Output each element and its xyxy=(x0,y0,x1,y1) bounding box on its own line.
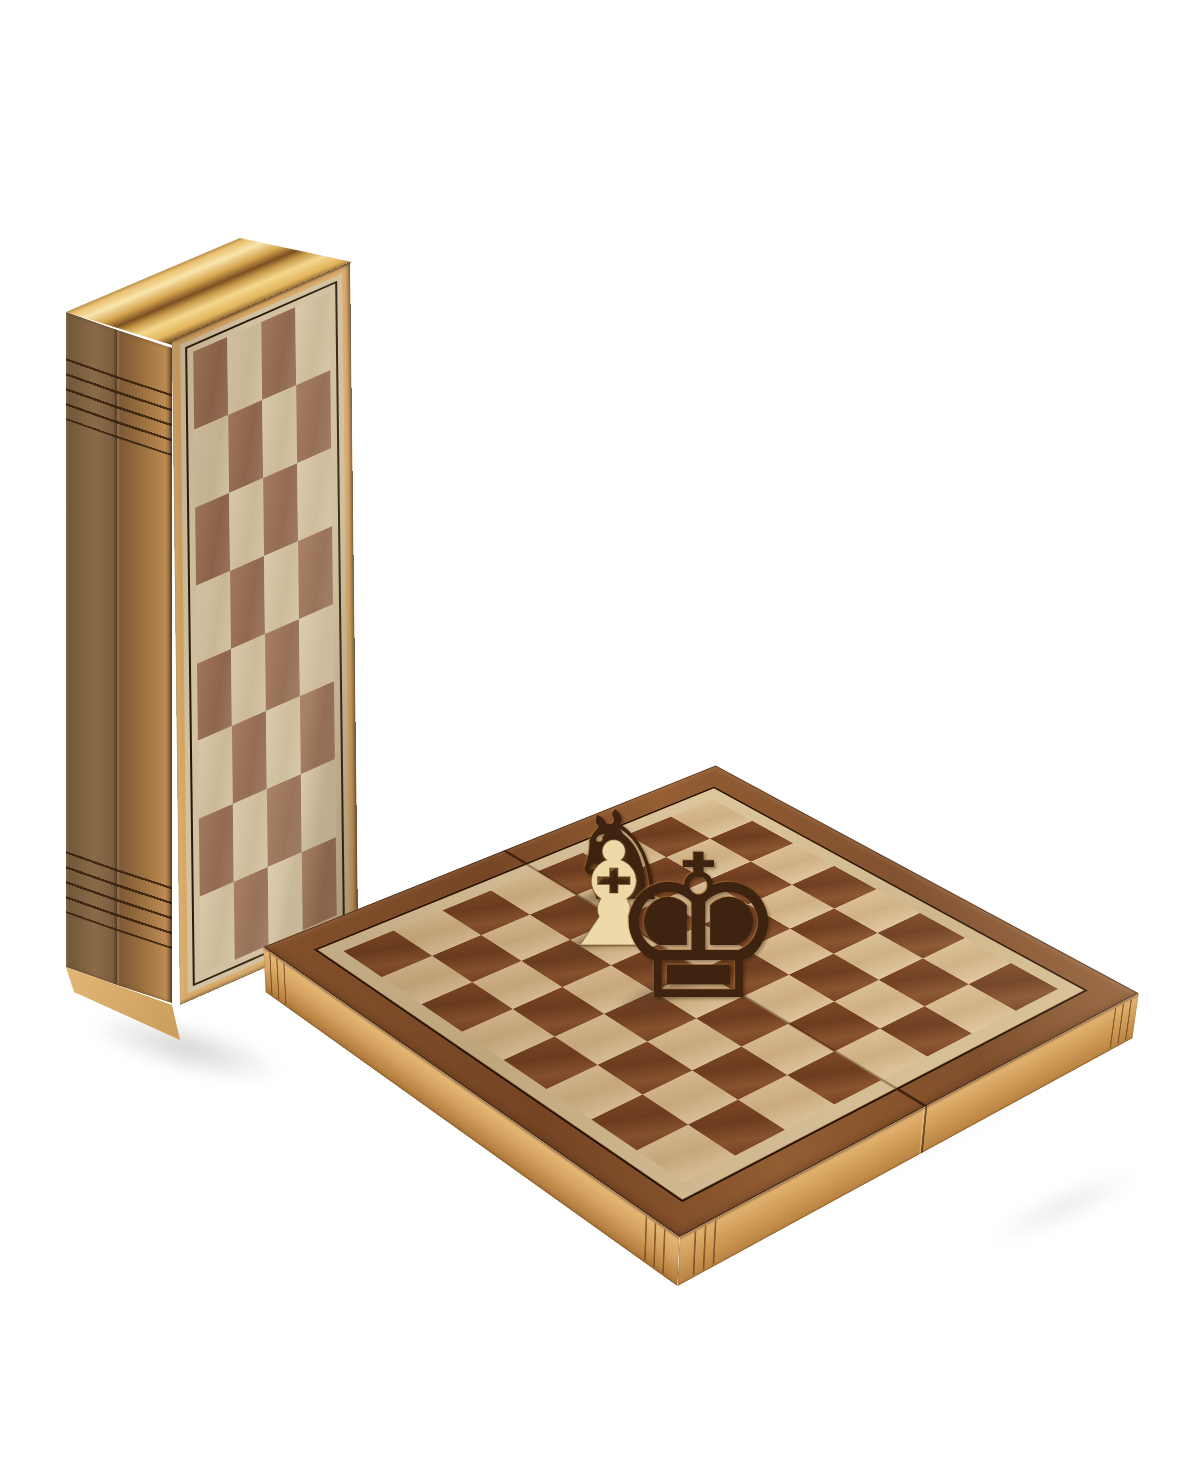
product-photo-canvas: ♞♝♚ xyxy=(0,0,1200,1466)
pieces-layer: ♞♝♚ xyxy=(0,0,1200,1466)
black-king-piece: ♚ xyxy=(609,829,787,1028)
